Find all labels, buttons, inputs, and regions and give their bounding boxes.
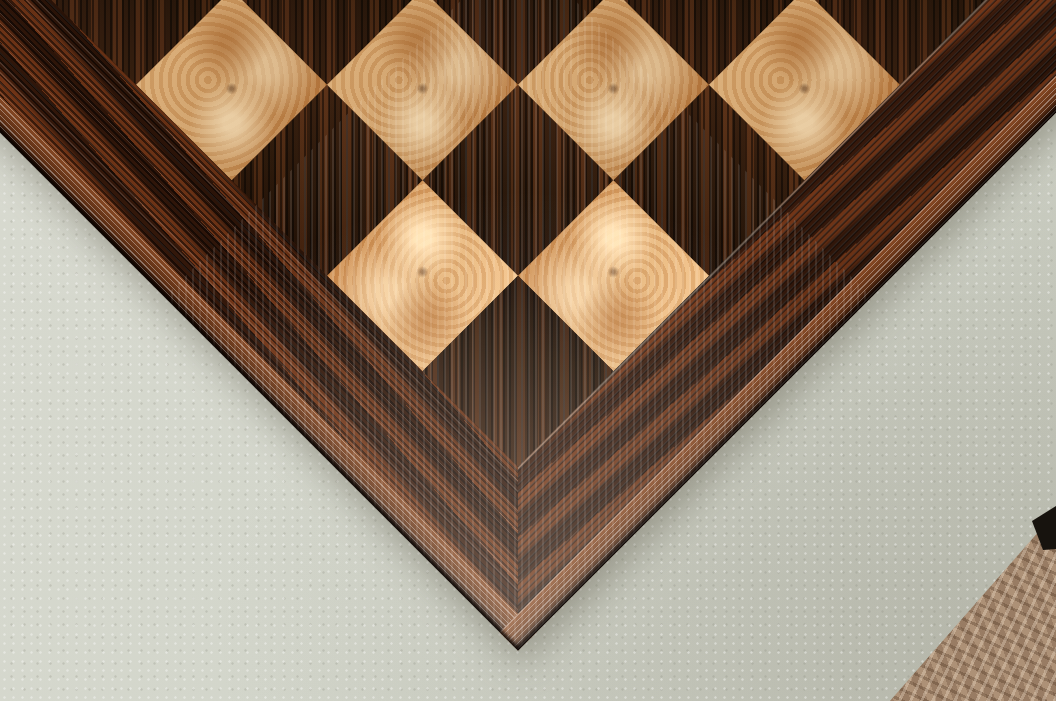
chessboard-wrapper	[0, 0, 1056, 701]
chessboard	[0, 0, 1056, 651]
scene	[0, 0, 1056, 701]
